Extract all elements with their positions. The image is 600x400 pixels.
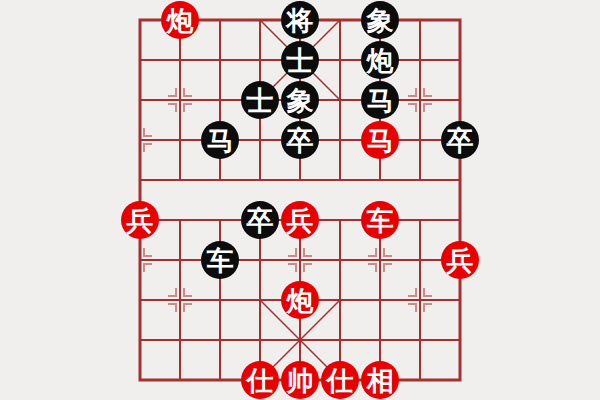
piece-red-chariot[interactable]: 车 <box>361 201 399 239</box>
piece-black-general[interactable]: 将 <box>281 1 319 39</box>
piece-red-advisor[interactable]: 仕 <box>321 361 359 399</box>
piece-red-cannon[interactable]: 炮 <box>161 1 199 39</box>
piece-black-horse[interactable]: 马 <box>201 121 239 159</box>
piece-red-horse[interactable]: 马 <box>361 121 399 159</box>
piece-black-horse[interactable]: 马 <box>361 81 399 119</box>
piece-red-elephant[interactable]: 相 <box>361 361 399 399</box>
piece-black-soldier[interactable]: 卒 <box>241 201 279 239</box>
piece-black-elephant[interactable]: 象 <box>361 1 399 39</box>
piece-layer: 炮将象士炮士象马马卒马卒兵卒兵车车兵炮仕帅仕相 <box>120 0 480 400</box>
piece-black-elephant[interactable]: 象 <box>281 81 319 119</box>
piece-black-soldier[interactable]: 卒 <box>441 121 479 159</box>
piece-black-chariot[interactable]: 车 <box>201 241 239 279</box>
piece-red-general[interactable]: 帅 <box>281 361 319 399</box>
piece-red-cannon[interactable]: 炮 <box>281 281 319 319</box>
piece-black-advisor[interactable]: 士 <box>281 41 319 79</box>
piece-red-soldier[interactable]: 兵 <box>121 201 159 239</box>
xiangqi-board[interactable]: 炮将象士炮士象马马卒马卒兵卒兵车车兵炮仕帅仕相 <box>0 0 600 400</box>
piece-black-soldier[interactable]: 卒 <box>281 121 319 159</box>
piece-red-advisor[interactable]: 仕 <box>241 361 279 399</box>
piece-black-cannon[interactable]: 炮 <box>361 41 399 79</box>
piece-red-soldier[interactable]: 兵 <box>281 201 319 239</box>
piece-black-advisor[interactable]: 士 <box>241 81 279 119</box>
piece-red-soldier[interactable]: 兵 <box>441 241 479 279</box>
